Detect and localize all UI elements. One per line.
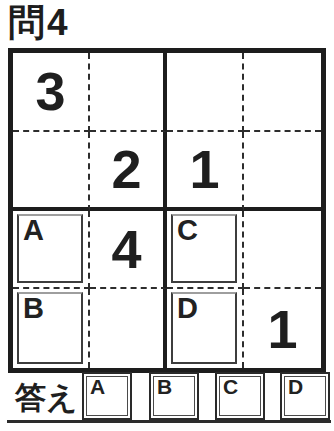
cell-r4c3: D — [167, 289, 244, 368]
cell-r1c1: 3 — [13, 53, 90, 132]
given-digit: 1 — [267, 302, 297, 356]
cell-r1c4[interactable] — [244, 53, 321, 132]
answer-box-letter: B — [157, 375, 172, 399]
answer-box-a[interactable]: A — [82, 372, 132, 420]
answer-box-a-inner: A — [86, 376, 128, 416]
cell-r3c4[interactable] — [244, 211, 321, 290]
answer-box-letter: C — [223, 375, 238, 399]
answer-box-d[interactable]: D — [280, 372, 330, 420]
cell-r1c3[interactable] — [167, 53, 244, 132]
cell-r3c1: A — [13, 211, 90, 290]
slot-letter: D — [177, 291, 198, 325]
sudoku-board: 3 2 1 A 4 — [8, 48, 326, 373]
answer-box-letter: D — [288, 375, 303, 399]
problem-title: 問4 — [8, 2, 70, 44]
answer-underline — [7, 420, 331, 423]
cell-r2c4[interactable] — [244, 132, 321, 211]
answer-box-b-inner: B — [153, 376, 195, 416]
cell-r1c2[interactable] — [90, 53, 167, 132]
given-digit: 1 — [189, 142, 219, 196]
answer-box-d-inner: D — [284, 376, 326, 416]
slot-letter: A — [23, 213, 44, 247]
given-digit: 4 — [111, 222, 141, 276]
answer-box-c[interactable]: C — [215, 372, 265, 420]
slot-letter: C — [177, 213, 198, 247]
cell-r4c2[interactable] — [90, 289, 167, 368]
cell-r2c1[interactable] — [13, 132, 90, 211]
answer-box-b[interactable]: B — [149, 372, 199, 420]
given-digit: 2 — [111, 142, 141, 196]
answer-box-c-inner: C — [219, 376, 261, 416]
cell-r3c3: C — [167, 211, 244, 290]
answer-box-letter: A — [90, 375, 105, 399]
worksheet-page: 問4 3 2 1 A — [0, 0, 334, 431]
given-digit: 3 — [35, 64, 65, 118]
cell-r2c2: 2 — [90, 132, 167, 211]
cell-r2c3: 1 — [167, 132, 244, 211]
answer-slot-c[interactable]: C — [171, 214, 237, 284]
answer-slot-a[interactable]: A — [17, 214, 83, 284]
cell-r3c2: 4 — [90, 211, 167, 290]
answer-slot-b[interactable]: B — [17, 292, 83, 364]
answer-slot-d[interactable]: D — [171, 292, 237, 364]
slot-letter: B — [23, 291, 44, 325]
cell-r4c1: B — [13, 289, 90, 368]
answer-label: 答え — [15, 377, 78, 419]
cell-r4c4: 1 — [244, 289, 321, 368]
